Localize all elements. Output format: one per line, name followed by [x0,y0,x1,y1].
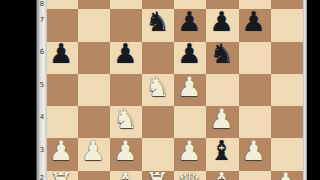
black-king-e8: ♚ [177,0,201,3]
square-g4[interactable] [239,106,271,138]
square-d6[interactable] [142,42,174,74]
square-b7[interactable] [78,9,110,41]
window-right-edge [303,0,307,180]
square-a8[interactable]: ♜ [46,0,78,9]
square-g5[interactable] [239,74,271,106]
white-pawn-e3: ♟ [177,137,201,164]
white-bishop-f2: ♝ [209,169,233,180]
square-c7[interactable] [110,9,142,41]
white-rook-d2: ♜ [145,169,169,180]
square-b4[interactable] [78,106,110,138]
square-g2[interactable] [239,171,271,180]
square-g7[interactable]: ♟ [239,9,271,41]
white-pawn-g3: ♟ [242,137,266,164]
square-e5[interactable]: ♟ [174,74,206,106]
square-d4[interactable] [142,106,174,138]
rank-label-3: 3 [37,147,47,154]
white-pawn-b3: ♟ [81,137,105,164]
white-knight-d5: ♞ [145,73,169,100]
rank-coordinate-strip: 8765432 [36,0,47,180]
square-h3[interactable] [271,138,303,170]
black-pawn-g7: ♟ [242,8,266,35]
square-a6[interactable]: ♟ [46,42,78,74]
square-c5[interactable] [110,74,142,106]
black-knight-f6: ♞ [209,40,233,67]
black-rook-a8: ♜ [49,0,73,3]
square-c3[interactable]: ♟ [110,138,142,170]
square-f7[interactable]: ♟ [206,9,238,41]
square-a5[interactable] [46,74,78,106]
black-pawn-f7: ♟ [209,8,233,35]
square-d3[interactable] [142,138,174,170]
white-knight-c4: ♞ [113,105,137,132]
square-e3[interactable]: ♟ [174,138,206,170]
white-bishop-c2: ♝ [113,169,137,180]
square-e6[interactable]: ♟ [174,42,206,74]
square-f3[interactable]: ♝ [206,138,238,170]
square-b2[interactable] [78,171,110,180]
black-pawn-c6: ♟ [113,40,137,67]
square-h4[interactable] [271,106,303,138]
square-a3[interactable]: ♟ [46,138,78,170]
square-c2[interactable]: ♝ [110,171,142,180]
square-b6[interactable] [78,42,110,74]
white-pawn-e5: ♟ [177,73,201,100]
square-h8[interactable]: ♜ [271,0,303,9]
square-f6[interactable]: ♞ [206,42,238,74]
black-bishop-f3: ♝ [209,137,233,164]
rank-label-5: 5 [37,82,47,89]
board: ♜♛♚♝♜♞♟♟♟♟♟♟♞♞♟♞♟♟♟♟♟♝♟♜♝♜♛♝♟♚ [46,0,303,180]
black-pawn-a6: ♟ [49,40,73,67]
white-pawn-c3: ♟ [113,137,137,164]
white-pawn-f4: ♟ [209,105,233,132]
rank-label-7: 7 [37,17,47,24]
square-b8[interactable] [78,0,110,9]
chess-app-window: 8765432 ♜♛♚♝♜♞♟♟♟♟♟♟♞♞♟♞♟♟♟♟♟♝♟♜♝♜♛♝♟♚ [0,0,320,180]
rank-label-2: 2 [37,175,47,180]
square-e7[interactable]: ♟ [174,9,206,41]
white-pawn-a3: ♟ [49,137,73,164]
square-e2[interactable]: ♛ [174,171,206,180]
square-d2[interactable]: ♜ [142,171,174,180]
square-h5[interactable] [271,74,303,106]
white-rook-a2: ♜ [49,169,73,180]
square-g6[interactable] [239,42,271,74]
square-c8[interactable] [110,0,142,9]
rank-label-4: 4 [37,114,47,121]
square-h6[interactable] [271,42,303,74]
square-c6[interactable]: ♟ [110,42,142,74]
square-f5[interactable] [206,74,238,106]
black-pawn-e6: ♟ [177,40,201,67]
black-knight-d7: ♞ [145,8,169,35]
square-h7[interactable] [271,9,303,41]
square-c4[interactable]: ♞ [110,106,142,138]
square-e4[interactable] [174,106,206,138]
black-pawn-e7: ♟ [177,8,201,35]
square-b5[interactable] [78,74,110,106]
rank-label-8: 8 [37,1,47,8]
square-f2[interactable]: ♝ [206,171,238,180]
square-a7[interactable] [46,9,78,41]
square-h2[interactable]: ♟ [271,171,303,180]
square-d7[interactable]: ♞ [142,9,174,41]
white-pawn-h2: ♟ [274,169,298,180]
square-a4[interactable] [46,106,78,138]
square-a2[interactable]: ♜ [46,171,78,180]
square-g3[interactable]: ♟ [239,138,271,170]
square-f4[interactable]: ♟ [206,106,238,138]
black-queen-d8: ♛ [145,0,169,3]
white-queen-e2: ♛ [177,169,201,180]
square-d5[interactable]: ♞ [142,74,174,106]
square-b3[interactable]: ♟ [78,138,110,170]
black-bishop-f8: ♝ [209,0,233,3]
black-rook-h8: ♜ [274,0,298,3]
rank-label-6: 6 [37,49,47,56]
